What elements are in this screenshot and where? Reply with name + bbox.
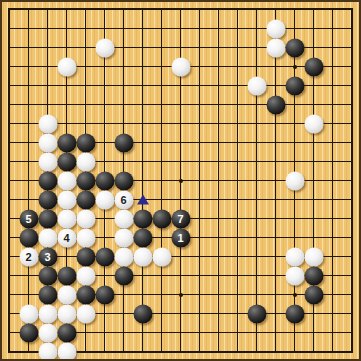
stone-white[interactable] — [266, 38, 285, 57]
stone-white[interactable] — [266, 19, 285, 38]
stone-white[interactable] — [38, 304, 57, 323]
stone-black[interactable]: 3 — [38, 247, 57, 266]
stone-white[interactable] — [38, 342, 57, 361]
stone-white[interactable] — [304, 114, 323, 133]
star-point — [293, 65, 297, 69]
stone-white[interactable] — [57, 57, 76, 76]
star-point — [179, 293, 183, 297]
stone-black[interactable] — [95, 171, 114, 190]
stone-black[interactable] — [304, 266, 323, 285]
star-point — [293, 293, 297, 297]
stone-white[interactable] — [57, 342, 76, 361]
stone-white[interactable] — [57, 304, 76, 323]
stone-black[interactable] — [76, 285, 95, 304]
stone-black[interactable] — [38, 209, 57, 228]
grid-line — [275, 9, 276, 352]
go-board[interactable]: 6574123 — [0, 0, 361, 361]
stone-white[interactable] — [76, 209, 95, 228]
grid-line — [237, 9, 238, 352]
stone-black[interactable] — [304, 285, 323, 304]
stone-white[interactable] — [76, 152, 95, 171]
stone-white[interactable] — [304, 247, 323, 266]
stone-white[interactable] — [95, 190, 114, 209]
stone-black[interactable]: 1 — [171, 228, 190, 247]
stone-white[interactable] — [57, 285, 76, 304]
stone-black[interactable] — [76, 133, 95, 152]
stone-white[interactable] — [114, 228, 133, 247]
stone-black[interactable] — [38, 266, 57, 285]
stone-black[interactable] — [19, 323, 38, 342]
stone-white[interactable]: 2 — [19, 247, 38, 266]
grid-line — [256, 9, 257, 352]
stone-white[interactable] — [38, 114, 57, 133]
stone-black[interactable] — [152, 209, 171, 228]
stone-black[interactable] — [304, 57, 323, 76]
stone-black[interactable] — [57, 323, 76, 342]
stone-black[interactable] — [76, 190, 95, 209]
stone-black[interactable] — [57, 266, 76, 285]
stone-white[interactable] — [76, 304, 95, 323]
stone-white[interactable] — [114, 209, 133, 228]
stone-white[interactable] — [38, 133, 57, 152]
stone-black[interactable] — [133, 209, 152, 228]
grid-line — [332, 9, 333, 352]
stone-white[interactable] — [76, 266, 95, 285]
stone-white[interactable] — [38, 323, 57, 342]
grid-line — [351, 9, 352, 352]
stone-black[interactable]: 7 — [171, 209, 190, 228]
stone-move-number: 2 — [25, 251, 31, 262]
stone-move-number: 1 — [177, 232, 183, 243]
stone-white[interactable] — [38, 152, 57, 171]
stone-black[interactable] — [114, 266, 133, 285]
stone-black[interactable] — [266, 95, 285, 114]
stone-black[interactable] — [114, 133, 133, 152]
stone-white[interactable] — [38, 228, 57, 247]
stone-black[interactable] — [38, 285, 57, 304]
stone-white[interactable] — [247, 76, 266, 95]
stone-move-number: 4 — [63, 232, 69, 243]
grid-line — [199, 9, 200, 352]
stone-black[interactable] — [38, 171, 57, 190]
stone-black[interactable] — [57, 152, 76, 171]
stone-black[interactable] — [285, 304, 304, 323]
stone-black[interactable] — [57, 133, 76, 152]
stone-move-number: 5 — [25, 213, 31, 224]
stone-white[interactable] — [152, 247, 171, 266]
stone-white[interactable] — [114, 247, 133, 266]
stone-black[interactable] — [133, 228, 152, 247]
stone-white[interactable]: 4 — [57, 228, 76, 247]
star-point — [179, 179, 183, 183]
stone-black[interactable] — [114, 171, 133, 190]
stone-white[interactable] — [285, 171, 304, 190]
stone-move-number: 7 — [177, 213, 183, 224]
triangle-marker — [137, 194, 149, 204]
stone-black[interactable] — [38, 190, 57, 209]
stone-white[interactable] — [285, 247, 304, 266]
stone-white[interactable] — [76, 228, 95, 247]
stone-black[interactable] — [95, 285, 114, 304]
stone-white[interactable]: 6 — [114, 190, 133, 209]
stone-white[interactable] — [19, 304, 38, 323]
stone-black[interactable] — [285, 38, 304, 57]
stone-white[interactable] — [171, 57, 190, 76]
stone-black[interactable] — [285, 76, 304, 95]
stone-black[interactable] — [95, 247, 114, 266]
stone-black[interactable]: 5 — [19, 209, 38, 228]
stone-white[interactable] — [57, 171, 76, 190]
stone-black[interactable] — [76, 247, 95, 266]
stone-move-number: 3 — [44, 251, 50, 262]
stone-white[interactable] — [57, 209, 76, 228]
stone-white[interactable] — [133, 247, 152, 266]
stone-white[interactable] — [95, 38, 114, 57]
stone-white[interactable] — [57, 190, 76, 209]
grid-line — [218, 9, 219, 352]
stone-move-number: 6 — [120, 194, 126, 205]
stone-white[interactable] — [285, 266, 304, 285]
stone-black[interactable] — [247, 304, 266, 323]
stone-black[interactable] — [76, 171, 95, 190]
stone-black[interactable] — [133, 304, 152, 323]
stone-black[interactable] — [19, 228, 38, 247]
